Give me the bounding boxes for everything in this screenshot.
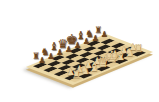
- piece-black-pawn: ♟: [92, 33, 99, 41]
- piece-black-pawn: ♟: [74, 41, 81, 49]
- piece-black-pawn: ♟: [56, 48, 63, 56]
- piece-black-pawn: ♟: [83, 37, 90, 45]
- chess-set-product-photo: ♜♞♝♛♚♝♞♜♟♟♟♟♟♟♟♟♟♟♟♟♟♟♟♟♜♞♝♛♚♝♞♜: [0, 0, 159, 102]
- piece-white-bishop: ♝: [89, 61, 100, 73]
- piece-black-pawn: ♟: [101, 30, 108, 38]
- piece-black-pawn: ♟: [65, 44, 72, 52]
- piece-black-pawn: ♟: [38, 55, 45, 63]
- piece-black-pawn: ♟: [47, 52, 54, 60]
- piece-white-rook: ♜: [72, 70, 81, 80]
- piece-white-knight: ♞: [80, 66, 90, 77]
- piece-white-rook: ♜: [134, 44, 143, 54]
- chess-pieces-layer: ♜♞♝♛♚♝♞♜♟♟♟♟♟♟♟♟♟♟♟♟♟♟♟♟♜♞♝♛♚♝♞♜: [0, 0, 159, 102]
